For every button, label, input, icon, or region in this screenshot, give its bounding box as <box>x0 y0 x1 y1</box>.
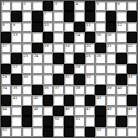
cell-r11c12[interactable] <box>127 116 137 126</box>
cell-r7c8[interactable]: 32 <box>85 74 95 84</box>
cell-r12c3[interactable] <box>32 127 42 137</box>
cell-r8c8[interactable] <box>85 85 95 95</box>
cell-r3c2[interactable] <box>22 32 32 42</box>
clue-number-53: 53 <box>97 128 101 132</box>
black-cell-r10c9 <box>95 106 105 116</box>
black-cell-r11c0 <box>1 116 11 126</box>
cell-r9c10[interactable] <box>106 95 116 105</box>
cell-r4c11[interactable] <box>116 43 126 53</box>
cell-r5c12[interactable] <box>127 53 137 63</box>
clue-number-26: 26 <box>97 54 101 58</box>
clue-number-22: 22 <box>128 44 132 48</box>
black-cell-r3c8 <box>85 32 95 42</box>
cell-r6c11[interactable] <box>116 64 126 74</box>
crossword-grid: 1234567891011121314151617181920212223242… <box>0 0 138 138</box>
black-cell-r10c2 <box>22 106 32 116</box>
clue-number-38: 38 <box>76 86 80 90</box>
cell-r8c11[interactable]: 40 <box>116 85 126 95</box>
cell-r2c11[interactable]: 12 <box>116 22 126 32</box>
black-cell-r6c0 <box>1 64 11 74</box>
cell-r7c9[interactable] <box>95 74 105 84</box>
black-cell-r7c1 <box>11 74 21 84</box>
black-cell-r1c8 <box>85 11 95 21</box>
cell-r3c1[interactable]: 13 <box>11 32 21 42</box>
clue-number-18: 18 <box>44 44 48 48</box>
cell-r11c1[interactable] <box>11 116 21 126</box>
black-cell-r7c5 <box>53 74 63 84</box>
cell-r9c9[interactable]: 43 <box>95 95 105 105</box>
cell-r4c7[interactable] <box>74 43 84 53</box>
cell-r10c0[interactable]: 44 <box>1 106 11 116</box>
clue-number-45: 45 <box>34 107 38 111</box>
cell-r0c1[interactable] <box>11 1 21 11</box>
cell-r11c7[interactable]: 51 <box>74 116 84 126</box>
cell-r0c12[interactable] <box>127 1 137 11</box>
cell-r10c10[interactable]: 48 <box>106 106 116 116</box>
clue-number-48: 48 <box>107 107 111 111</box>
cell-r0c9[interactable]: 5 <box>95 1 105 11</box>
cell-r6c10[interactable] <box>106 64 116 74</box>
black-cell-r6c6 <box>64 64 74 74</box>
cell-r3c9[interactable]: 15 <box>95 32 105 42</box>
black-cell-r11c6 <box>64 116 74 126</box>
cell-r12c1[interactable] <box>11 127 21 137</box>
clue-number-13: 13 <box>13 33 17 37</box>
cell-r8c10[interactable]: 39 <box>106 85 116 95</box>
cell-r4c5[interactable] <box>53 43 63 53</box>
cell-r8c5[interactable]: 37 <box>53 85 63 95</box>
clue-number-5: 5 <box>97 2 99 6</box>
black-cell-r11c11 <box>116 116 126 126</box>
cell-r1c7[interactable] <box>74 11 84 21</box>
black-cell-r1c6 <box>64 11 74 21</box>
clue-number-6: 6 <box>118 2 120 6</box>
black-cell-r8c9 <box>95 85 105 95</box>
cell-r2c8[interactable]: 11 <box>85 22 95 32</box>
black-cell-r2c10 <box>106 22 116 32</box>
black-cell-r3c12 <box>127 32 137 42</box>
cell-r0c5[interactable]: 3 <box>53 1 63 11</box>
black-cell-r1c12 <box>127 11 137 21</box>
clue-number-23: 23 <box>23 54 27 58</box>
cell-r8c7[interactable]: 38 <box>74 85 84 95</box>
cell-r4c10[interactable]: 21 <box>106 43 116 53</box>
cell-r7c6[interactable]: 31 <box>64 74 74 84</box>
black-cell-r5c11 <box>116 53 126 63</box>
cell-r11c10[interactable] <box>106 116 116 126</box>
cell-r9c11[interactable] <box>116 95 126 105</box>
cell-r4c12[interactable]: 22 <box>127 43 137 53</box>
cell-r6c5[interactable] <box>53 64 63 74</box>
clue-number-1: 1 <box>3 2 5 6</box>
clue-number-9: 9 <box>13 23 15 27</box>
cell-r0c7[interactable]: 4 <box>74 1 84 11</box>
black-cell-r12c6 <box>64 127 74 137</box>
cell-r2c1[interactable]: 9 <box>11 22 21 32</box>
black-cell-r1c3 <box>32 11 42 21</box>
cell-r6c7[interactable]: 28 <box>74 64 84 74</box>
cell-r12c11[interactable] <box>116 127 126 137</box>
clue-number-31: 31 <box>65 75 69 79</box>
black-cell-r7c7 <box>74 74 84 84</box>
clue-number-46: 46 <box>65 107 69 111</box>
black-cell-r9c4 <box>43 95 53 105</box>
black-cell-r5c5 <box>53 53 63 63</box>
clue-number-17: 17 <box>3 44 7 48</box>
cell-r4c6[interactable]: 19 <box>64 43 74 53</box>
clue-number-4: 4 <box>76 2 78 6</box>
cell-r10c1[interactable] <box>11 106 21 116</box>
cell-r6c9[interactable] <box>95 64 105 74</box>
cell-r7c3[interactable] <box>32 74 42 84</box>
black-cell-r1c1 <box>11 11 21 21</box>
cell-r2c4[interactable]: 10 <box>43 22 53 32</box>
cell-r12c0[interactable]: 52 <box>1 127 11 137</box>
cell-r9c7[interactable] <box>74 95 84 105</box>
cell-r10c8[interactable]: 47 <box>85 106 95 116</box>
cell-r4c0[interactable]: 17 <box>1 43 11 53</box>
cell-r3c7[interactable]: 14 <box>74 32 84 42</box>
black-cell-r0c4 <box>43 1 53 11</box>
cell-r0c11[interactable]: 6 <box>116 1 126 11</box>
black-cell-r11c4 <box>43 116 53 126</box>
clue-number-49: 49 <box>128 107 132 111</box>
cell-r8c4[interactable]: 36 <box>43 85 53 95</box>
cell-r5c3[interactable]: 24 <box>32 53 42 63</box>
cell-r10c3[interactable]: 45 <box>32 106 42 116</box>
clue-number-44: 44 <box>3 107 7 111</box>
clue-number-42: 42 <box>34 96 38 100</box>
cell-r2c12[interactable] <box>127 22 137 32</box>
black-cell-r7c11 <box>116 74 126 84</box>
cell-r12c7[interactable] <box>74 127 84 137</box>
clue-number-41: 41 <box>13 96 17 100</box>
clue-number-3: 3 <box>55 2 57 6</box>
clue-number-40: 40 <box>118 86 122 90</box>
clue-number-52: 52 <box>3 128 7 132</box>
cell-r12c12[interactable] <box>127 127 137 137</box>
clue-number-51: 51 <box>76 117 80 121</box>
black-cell-r3c6 <box>64 32 74 42</box>
clue-number-39: 39 <box>107 86 111 90</box>
clue-number-29: 29 <box>3 75 7 79</box>
clue-number-25: 25 <box>86 54 90 58</box>
cell-r0c3[interactable] <box>32 1 42 11</box>
black-cell-r4c3 <box>32 43 42 53</box>
clue-number-50: 50 <box>55 117 59 121</box>
cell-r2c2[interactable] <box>22 22 32 32</box>
black-cell-r8c3 <box>32 85 42 95</box>
clue-number-43: 43 <box>97 96 101 100</box>
cell-r8c1[interactable]: 35 <box>11 85 21 95</box>
black-cell-r5c7 <box>74 53 84 63</box>
clue-number-32: 32 <box>86 75 90 79</box>
clue-number-47: 47 <box>86 107 90 111</box>
clue-number-21: 21 <box>107 44 111 48</box>
cell-r1c5[interactable] <box>53 11 63 21</box>
clue-number-11: 11 <box>86 23 90 27</box>
cell-r5c6[interactable] <box>64 53 74 63</box>
clue-number-20: 20 <box>86 44 90 48</box>
clue-number-24: 24 <box>34 54 38 58</box>
cell-r11c3[interactable] <box>32 116 42 126</box>
black-cell-r9c8 <box>85 95 95 105</box>
cell-r12c9[interactable]: 53 <box>95 127 105 137</box>
black-cell-r12c4 <box>43 127 53 137</box>
cell-r5c8[interactable]: 25 <box>85 53 95 63</box>
clue-number-30: 30 <box>23 75 27 79</box>
cell-r5c4[interactable] <box>43 53 53 63</box>
cell-r6c1[interactable]: 27 <box>11 64 21 74</box>
cell-r8c2[interactable] <box>22 85 32 95</box>
black-cell-r11c9 <box>95 116 105 126</box>
cell-r10c7[interactable] <box>74 106 84 116</box>
clue-number-35: 35 <box>13 86 17 90</box>
clue-number-8: 8 <box>3 23 5 27</box>
clue-number-28: 28 <box>76 65 80 69</box>
black-cell-r9c12 <box>127 95 137 105</box>
cell-r9c5[interactable] <box>53 95 63 105</box>
cell-r3c10[interactable]: 16 <box>106 32 116 42</box>
black-cell-r3c4 <box>43 32 53 42</box>
cell-r1c0[interactable] <box>1 11 11 21</box>
black-cell-r12c8 <box>85 127 95 137</box>
cell-r2c9[interactable] <box>95 22 105 32</box>
cell-r12c10[interactable] <box>106 127 116 137</box>
clue-number-34: 34 <box>3 86 7 90</box>
clue-number-2: 2 <box>23 2 25 6</box>
black-cell-r9c6 <box>64 95 74 105</box>
cell-r12c5[interactable] <box>53 127 63 137</box>
clue-number-7: 7 <box>44 12 46 16</box>
cell-r7c10[interactable] <box>106 74 116 84</box>
black-cell-r6c12 <box>127 64 137 74</box>
black-cell-r3c0 <box>1 32 11 42</box>
clue-number-15: 15 <box>97 33 101 37</box>
clue-number-12: 12 <box>118 23 122 27</box>
clue-number-27: 27 <box>13 65 17 69</box>
black-cell-r5c1 <box>11 53 21 63</box>
cell-r9c3[interactable]: 42 <box>32 95 42 105</box>
cell-r5c10[interactable] <box>106 53 116 63</box>
cell-r8c12[interactable] <box>127 85 137 95</box>
cell-r0c10[interactable] <box>106 1 116 11</box>
cell-r3c5[interactable] <box>53 32 63 42</box>
cell-r5c2[interactable]: 23 <box>22 53 32 63</box>
cell-r6c3[interactable] <box>32 64 42 74</box>
black-cell-r0c6 <box>64 1 74 11</box>
cell-r11c5[interactable]: 50 <box>53 116 63 126</box>
black-cell-r2c7 <box>74 22 84 32</box>
cell-r10c11[interactable] <box>116 106 126 116</box>
cell-r10c4[interactable] <box>43 106 53 116</box>
cell-r9c2[interactable] <box>22 95 32 105</box>
black-cell-r1c10 <box>106 11 116 21</box>
clue-number-16: 16 <box>107 33 111 37</box>
cell-r1c9[interactable] <box>95 11 105 21</box>
cell-r1c11[interactable] <box>116 11 126 21</box>
cell-r4c4[interactable]: 18 <box>43 43 53 53</box>
cell-r10c6[interactable]: 46 <box>64 106 74 116</box>
cell-r7c0[interactable]: 29 <box>1 74 11 84</box>
cell-r6c2[interactable] <box>22 64 32 74</box>
cell-r7c2[interactable]: 30 <box>22 74 32 84</box>
cell-r4c8[interactable]: 20 <box>85 43 95 53</box>
cell-r2c5[interactable] <box>53 22 63 32</box>
cell-r5c0[interactable] <box>1 53 11 63</box>
black-cell-r2c3 <box>32 22 42 32</box>
cell-r12c2[interactable] <box>22 127 32 137</box>
black-cell-r11c2 <box>22 116 32 126</box>
cell-r9c1[interactable]: 41 <box>11 95 21 105</box>
crossword-applet: 1234567891011121314151617181920212223242… <box>0 0 140 140</box>
cell-r10c12[interactable]: 49 <box>127 106 137 116</box>
clue-number-14: 14 <box>76 33 80 37</box>
clue-number-37: 37 <box>55 86 59 90</box>
cell-r5c9[interactable]: 26 <box>95 53 105 63</box>
cell-r4c1[interactable] <box>11 43 21 53</box>
cell-r3c11[interactable] <box>116 32 126 42</box>
cell-r7c12[interactable]: 33 <box>127 74 137 84</box>
clue-number-36: 36 <box>44 86 48 90</box>
clue-number-33: 33 <box>128 75 132 79</box>
black-cell-r10c5 <box>53 106 63 116</box>
cell-r1c2[interactable] <box>22 11 32 21</box>
cell-r6c8[interactable] <box>85 64 95 74</box>
cell-r7c4[interactable] <box>43 74 53 84</box>
cell-r2c0[interactable]: 8 <box>1 22 11 32</box>
cell-r11c8[interactable] <box>85 116 95 126</box>
black-cell-r9c0 <box>1 95 11 105</box>
cell-r1c4[interactable]: 7 <box>43 11 53 21</box>
cell-r6c4[interactable] <box>43 64 53 74</box>
cell-r4c2[interactable] <box>22 43 32 53</box>
cell-r3c3[interactable] <box>32 32 42 42</box>
cell-r0c0[interactable]: 1 <box>1 1 11 11</box>
cell-r0c2[interactable]: 2 <box>22 1 32 11</box>
cell-r8c6[interactable] <box>64 85 74 95</box>
cell-r8c0[interactable]: 34 <box>1 85 11 95</box>
clue-number-19: 19 <box>65 44 69 48</box>
black-cell-r4c9 <box>95 43 105 53</box>
black-cell-r0c8 <box>85 1 95 11</box>
clue-number-10: 10 <box>44 23 48 27</box>
cell-r2c6[interactable] <box>64 22 74 32</box>
